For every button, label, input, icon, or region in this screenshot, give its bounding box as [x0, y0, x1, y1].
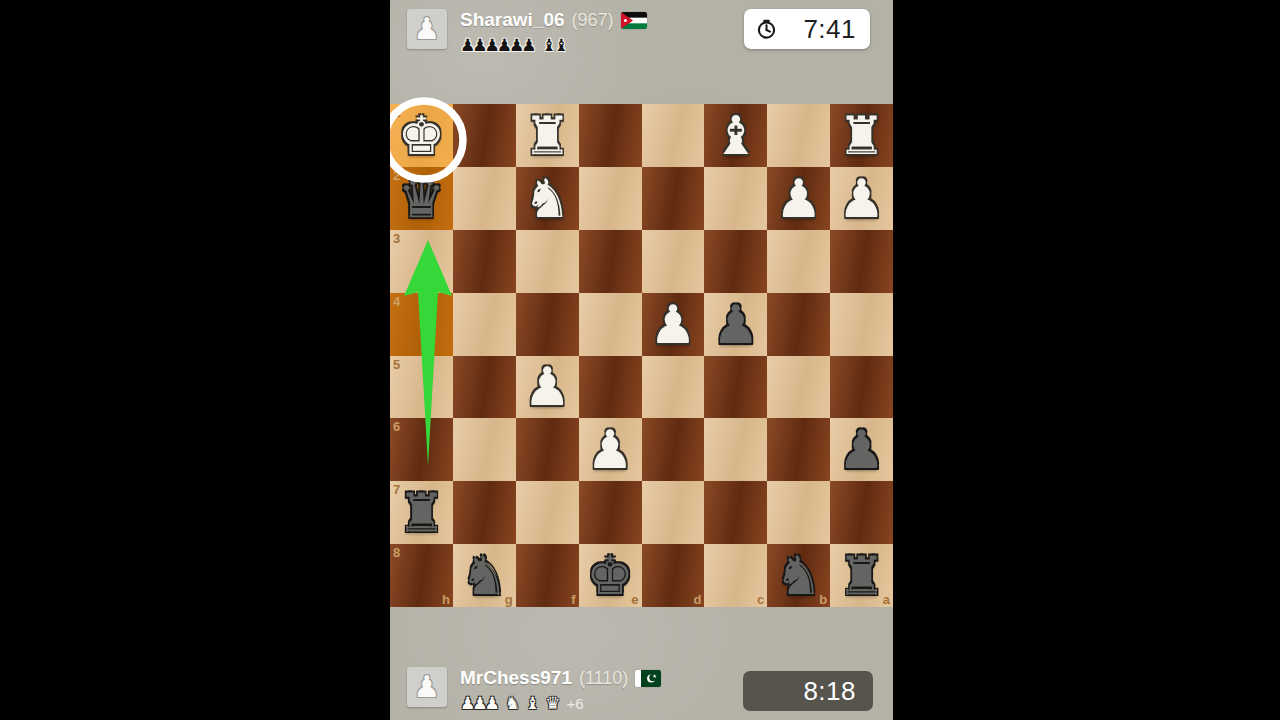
- file-label-c: c: [757, 592, 764, 607]
- square-d5[interactable]: [642, 356, 705, 419]
- piece-bP-a6[interactable]: ♟: [830, 418, 893, 481]
- captured-white-q-group: ♛: [545, 695, 557, 712]
- square-e4[interactable]: [579, 293, 642, 356]
- square-d8[interactable]: d: [642, 544, 705, 607]
- piece-bR-a8[interactable]: ♜: [830, 544, 893, 607]
- square-c4[interactable]: ♟: [704, 293, 767, 356]
- square-g5[interactable]: [453, 356, 516, 419]
- piece-wP-e6[interactable]: ♟: [579, 418, 642, 481]
- square-d4[interactable]: ♟: [642, 293, 705, 356]
- square-c6[interactable]: [704, 418, 767, 481]
- captured-black-b-group: ♝♝: [541, 37, 565, 54]
- piece-wN-f2[interactable]: ♞: [516, 167, 579, 230]
- square-d6[interactable]: [642, 418, 705, 481]
- square-a2[interactable]: ♟: [830, 167, 893, 230]
- square-b3[interactable]: [767, 230, 830, 293]
- square-c1[interactable]: ♝: [704, 104, 767, 167]
- top-player-avatar[interactable]: ♟: [407, 9, 447, 49]
- piece-wR-a1[interactable]: ♜: [830, 104, 893, 167]
- square-b2[interactable]: ♟: [767, 167, 830, 230]
- chess-board[interactable]: 1♚♜♝♜2♛♞♟♟34♟♟5♟6♟♟7♜8hg♞fe♚dcb♞a♜: [390, 104, 893, 607]
- rank-label-6: 6: [393, 419, 400, 434]
- square-g3[interactable]: [453, 230, 516, 293]
- letterboxed-stage: ♟ Sharawi_06 (967) ♟♟♟♟♟♟♝♝: [0, 0, 1280, 720]
- piece-wP-a2[interactable]: ♟: [830, 167, 893, 230]
- square-a3[interactable]: [830, 230, 893, 293]
- square-h7[interactable]: 7♜: [390, 481, 453, 544]
- piece-bP-c4[interactable]: ♟: [704, 293, 767, 356]
- top-player-rating: (967): [572, 10, 614, 31]
- square-e5[interactable]: [579, 356, 642, 419]
- top-captured-pieces: ♟♟♟♟♟♟♝♝: [460, 34, 647, 54]
- piece-bQ-h2[interactable]: ♛: [390, 167, 453, 230]
- square-e1[interactable]: [579, 104, 642, 167]
- bottom-player-info: MrChess971 (1110) ♟♟♟♞♝♛+6: [460, 666, 661, 712]
- top-clock-time: 7:41: [803, 14, 856, 45]
- square-a7[interactable]: [830, 481, 893, 544]
- square-d2[interactable]: [642, 167, 705, 230]
- rank-label-3: 3: [393, 231, 400, 246]
- rank-label-4: 4: [393, 294, 400, 309]
- piece-bN-g8[interactable]: ♞: [453, 544, 516, 607]
- square-b1[interactable]: [767, 104, 830, 167]
- piece-wP-b2[interactable]: ♟: [767, 167, 830, 230]
- square-b7[interactable]: [767, 481, 830, 544]
- file-label-d: d: [693, 592, 701, 607]
- material-advantage: +6: [565, 695, 583, 712]
- square-c5[interactable]: [704, 356, 767, 419]
- bottom-player-clock: 8:18: [743, 671, 873, 711]
- piece-wP-d4[interactable]: ♟: [642, 293, 705, 356]
- square-d3[interactable]: [642, 230, 705, 293]
- bottom-player-avatar[interactable]: ♟: [407, 667, 447, 707]
- clock-icon: [756, 19, 777, 40]
- square-b4[interactable]: [767, 293, 830, 356]
- square-f7[interactable]: [516, 481, 579, 544]
- rank-label-8: 8: [393, 545, 400, 560]
- square-h6[interactable]: 6: [390, 418, 453, 481]
- file-label-h: h: [442, 592, 450, 607]
- square-g8[interactable]: g♞: [453, 544, 516, 607]
- square-b5[interactable]: [767, 356, 830, 419]
- square-f2[interactable]: ♞: [516, 167, 579, 230]
- captured-white-n-group: ♞: [505, 695, 517, 712]
- bottom-clock-time: 8:18: [803, 676, 856, 707]
- square-c8[interactable]: c: [704, 544, 767, 607]
- square-f4[interactable]: [516, 293, 579, 356]
- square-e2[interactable]: [579, 167, 642, 230]
- piece-wR-f1[interactable]: ♜: [516, 104, 579, 167]
- piece-bN-b8[interactable]: ♞: [767, 544, 830, 607]
- square-g2[interactable]: [453, 167, 516, 230]
- square-f3[interactable]: [516, 230, 579, 293]
- square-d7[interactable]: [642, 481, 705, 544]
- piece-bK-e8[interactable]: ♚: [579, 544, 642, 607]
- square-h8[interactable]: 8h: [390, 544, 453, 607]
- bottom-captured-pieces: ♟♟♟♞♝♛+6: [460, 692, 661, 712]
- pawn-avatar-icon: ♟: [414, 672, 441, 702]
- piece-wB-c1[interactable]: ♝: [704, 104, 767, 167]
- square-g1[interactable]: [453, 104, 516, 167]
- square-e3[interactable]: [579, 230, 642, 293]
- square-a6[interactable]: ♟: [830, 418, 893, 481]
- square-g6[interactable]: [453, 418, 516, 481]
- bottom-player-rating: (1110): [579, 668, 628, 689]
- square-a5[interactable]: [830, 356, 893, 419]
- piece-wK-h1[interactable]: ♚: [390, 104, 453, 167]
- top-player-clock: 7:41: [744, 9, 870, 49]
- square-a1[interactable]: ♜: [830, 104, 893, 167]
- file-label-f: f: [571, 592, 575, 607]
- square-c2[interactable]: [704, 167, 767, 230]
- square-e6[interactable]: ♟: [579, 418, 642, 481]
- bottom-player-name: MrChess971: [460, 667, 572, 689]
- square-b6[interactable]: [767, 418, 830, 481]
- captured-white-p-group: ♟♟♟: [460, 695, 497, 712]
- square-f8[interactable]: f: [516, 544, 579, 607]
- square-f1[interactable]: ♜: [516, 104, 579, 167]
- piece-wP-f5[interactable]: ♟: [516, 356, 579, 419]
- square-h3[interactable]: 3: [390, 230, 453, 293]
- pakistan-flag-icon: [635, 670, 661, 687]
- square-h4[interactable]: 4: [390, 293, 453, 356]
- square-g4[interactable]: [453, 293, 516, 356]
- square-h2[interactable]: 2♛: [390, 167, 453, 230]
- square-e8[interactable]: e♚: [579, 544, 642, 607]
- square-c7[interactable]: [704, 481, 767, 544]
- top-player-info: Sharawi_06 (967) ♟♟♟♟♟♟♝♝: [460, 8, 647, 54]
- square-h5[interactable]: 5: [390, 356, 453, 419]
- square-h1[interactable]: 1♚: [390, 104, 453, 167]
- square-d1[interactable]: [642, 104, 705, 167]
- square-c3[interactable]: [704, 230, 767, 293]
- square-b8[interactable]: b♞: [767, 544, 830, 607]
- square-f6[interactable]: [516, 418, 579, 481]
- captured-black-p-group: ♟♟♟♟♟♟: [460, 37, 533, 54]
- jordan-flag-icon: [621, 12, 647, 29]
- piece-bR-h7[interactable]: ♜: [390, 481, 453, 544]
- top-player-name: Sharawi_06: [460, 9, 565, 31]
- square-e7[interactable]: [579, 481, 642, 544]
- captured-white-b-group: ♝: [525, 695, 537, 712]
- square-a8[interactable]: a♜: [830, 544, 893, 607]
- square-a4[interactable]: [830, 293, 893, 356]
- pawn-avatar-icon: ♟: [414, 14, 441, 44]
- rank-label-5: 5: [393, 357, 400, 372]
- phone-screen: ♟ Sharawi_06 (967) ♟♟♟♟♟♟♝♝: [390, 0, 893, 720]
- square-f5[interactable]: ♟: [516, 356, 579, 419]
- square-g7[interactable]: [453, 481, 516, 544]
